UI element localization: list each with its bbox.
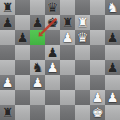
piece-black-pawn[interactable]: ♟ — [17, 30, 29, 45]
square-e1[interactable] — [60, 105, 75, 120]
piece-white-pawn[interactable]: ♟ — [62, 30, 74, 45]
square-g8[interactable] — [90, 0, 105, 15]
square-e2[interactable] — [60, 90, 75, 105]
square-e4[interactable] — [60, 60, 75, 75]
square-a4[interactable] — [0, 60, 15, 75]
square-h3[interactable] — [105, 75, 120, 90]
square-a6[interactable] — [0, 30, 15, 45]
square-a1[interactable]: ♜ — [0, 105, 15, 120]
piece-black-king[interactable]: ♚ — [47, 15, 59, 30]
square-d2[interactable] — [45, 90, 60, 105]
piece-white-king[interactable]: ♚ — [92, 105, 104, 120]
square-h7[interactable] — [105, 15, 120, 30]
square-c4[interactable]: ♞ — [30, 60, 45, 75]
square-d4[interactable]: ♟ — [45, 60, 60, 75]
piece-black-pawn[interactable]: ♟ — [107, 30, 119, 45]
piece-black-rook[interactable]: ♜ — [2, 0, 14, 15]
square-d6[interactable] — [45, 30, 60, 45]
square-g5[interactable] — [90, 45, 105, 60]
square-f3[interactable] — [75, 75, 90, 90]
square-a7[interactable]: ♟ — [0, 15, 15, 30]
square-g2[interactable]: ♟ — [90, 90, 105, 105]
piece-white-knight[interactable]: ♞ — [107, 0, 119, 15]
piece-white-pawn[interactable]: ♟ — [2, 75, 14, 90]
square-c7[interactable]: ♟ — [30, 15, 45, 30]
square-f7[interactable]: ♜ — [75, 15, 90, 30]
square-h1[interactable] — [105, 105, 120, 120]
square-d8[interactable]: ♛ — [45, 0, 60, 15]
square-g3[interactable] — [90, 75, 105, 90]
square-h2[interactable]: ♟ — [105, 90, 120, 105]
chess-board: ♜♛♞♟♟♚♜♜♟♟♛♟♟♞♟♟♟♟♟♟♜♚ — [0, 0, 120, 120]
piece-black-queen[interactable]: ♛ — [47, 0, 59, 15]
square-c6[interactable] — [30, 30, 45, 45]
square-h5[interactable] — [105, 45, 120, 60]
piece-white-pawn[interactable]: ♟ — [92, 90, 104, 105]
square-d5[interactable]: ♟ — [45, 45, 60, 60]
square-e5[interactable] — [60, 45, 75, 60]
square-c1[interactable] — [30, 105, 45, 120]
piece-white-pawn[interactable]: ♟ — [47, 60, 59, 75]
square-f4[interactable] — [75, 60, 90, 75]
square-c3[interactable]: ♟ — [30, 75, 45, 90]
square-d7[interactable]: ♚ — [45, 15, 60, 30]
square-b5[interactable] — [15, 45, 30, 60]
piece-black-knight[interactable]: ♞ — [32, 60, 44, 75]
square-a5[interactable] — [0, 45, 15, 60]
piece-black-rook[interactable]: ♜ — [2, 105, 14, 120]
square-a2[interactable] — [0, 90, 15, 105]
square-g4[interactable] — [90, 60, 105, 75]
square-c8[interactable] — [30, 0, 45, 15]
square-c5[interactable] — [30, 45, 45, 60]
piece-black-rook[interactable]: ♜ — [62, 15, 74, 30]
square-e3[interactable] — [60, 75, 75, 90]
square-e7[interactable]: ♜ — [60, 15, 75, 30]
square-c2[interactable] — [30, 90, 45, 105]
square-e6[interactable]: ♟ — [60, 30, 75, 45]
piece-white-queen[interactable]: ♛ — [77, 30, 89, 45]
square-b2[interactable] — [15, 90, 30, 105]
square-b4[interactable] — [15, 60, 30, 75]
square-g1[interactable]: ♚ — [90, 105, 105, 120]
square-f2[interactable] — [75, 90, 90, 105]
piece-black-pawn[interactable]: ♟ — [2, 15, 14, 30]
square-f8[interactable] — [75, 0, 90, 15]
square-a8[interactable]: ♜ — [0, 0, 15, 15]
piece-white-rook[interactable]: ♜ — [77, 15, 89, 30]
square-f5[interactable] — [75, 45, 90, 60]
square-e8[interactable] — [60, 0, 75, 15]
piece-white-pawn[interactable]: ♟ — [107, 90, 119, 105]
square-h4[interactable]: ♟ — [105, 60, 120, 75]
square-b7[interactable] — [15, 15, 30, 30]
square-d3[interactable] — [45, 75, 60, 90]
square-h6[interactable]: ♟ — [105, 30, 120, 45]
square-b8[interactable] — [15, 0, 30, 15]
piece-white-pawn[interactable]: ♟ — [32, 75, 44, 90]
square-h8[interactable]: ♞ — [105, 0, 120, 15]
square-g7[interactable] — [90, 15, 105, 30]
square-d1[interactable] — [45, 105, 60, 120]
piece-black-pawn[interactable]: ♟ — [107, 60, 119, 75]
square-f6[interactable]: ♛ — [75, 30, 90, 45]
square-b1[interactable] — [15, 105, 30, 120]
square-a3[interactable]: ♟ — [0, 75, 15, 90]
square-b6[interactable]: ♟ — [15, 30, 30, 45]
square-b3[interactable] — [15, 75, 30, 90]
square-g6[interactable] — [90, 30, 105, 45]
square-f1[interactable] — [75, 105, 90, 120]
piece-black-pawn[interactable]: ♟ — [32, 15, 44, 30]
piece-black-pawn[interactable]: ♟ — [47, 45, 59, 60]
